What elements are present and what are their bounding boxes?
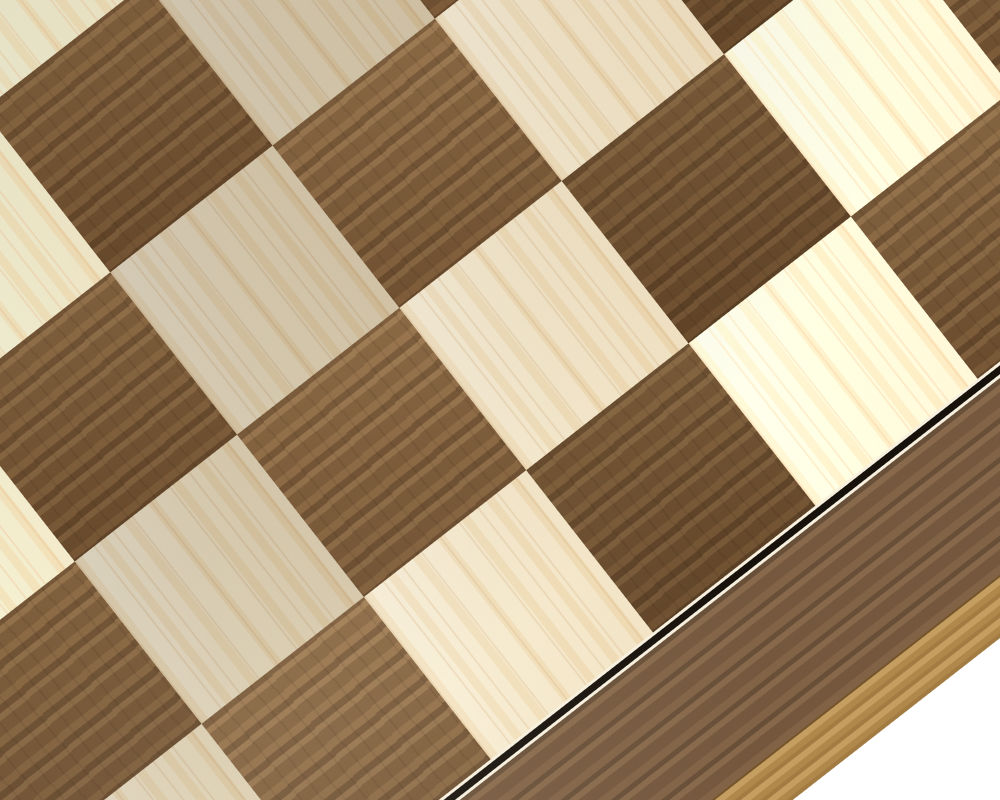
trim-inner-light-line [0,0,1000,800]
board-grid [0,0,1000,800]
trim-black-line [0,0,1000,800]
photo-scene [0,0,1000,800]
chess-board [0,0,1000,800]
board-frame [0,0,1000,800]
trim-outer-light-line [0,0,1000,800]
